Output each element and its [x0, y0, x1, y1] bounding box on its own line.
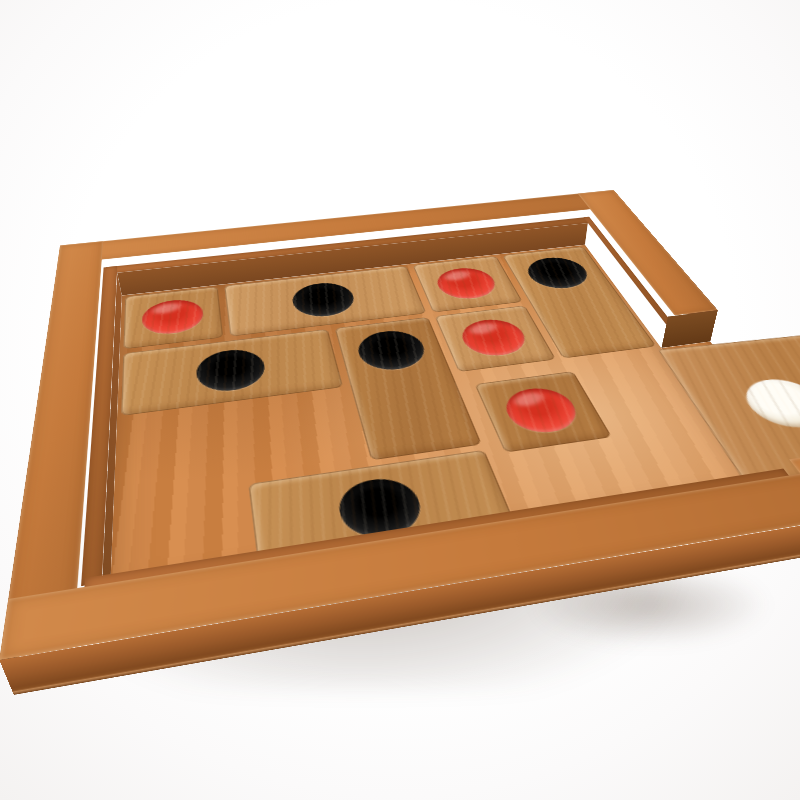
scene — [0, 0, 800, 800]
piece-R2-single-red-dot[interactable] — [123, 287, 223, 350]
photo-stage — [0, 0, 800, 800]
red-dot — [456, 317, 533, 359]
black-dot — [521, 255, 596, 291]
exit-slot-cut-face — [661, 310, 718, 348]
piece-R2-top-face — [123, 287, 223, 350]
red-dot — [142, 297, 204, 337]
black-dot — [354, 328, 431, 373]
black-dot — [195, 347, 267, 395]
puzzle-tray — [14, 218, 800, 695]
black-dot — [289, 280, 358, 319]
red-dot — [432, 266, 502, 302]
